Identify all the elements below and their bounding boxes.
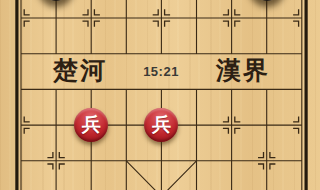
red-soldier-piece[interactable]: 兵 [144, 108, 178, 142]
board-grid-lines [0, 0, 320, 190]
red-soldier-piece[interactable]: 兵 [74, 108, 108, 142]
river-label-han-jie: 漢界 [216, 57, 270, 85]
xiangqi-board[interactable]: 楚河 15:21 漢界 兵兵 [0, 0, 320, 190]
piece-label: 兵 [82, 115, 101, 134]
piece-label: 兵 [152, 115, 171, 134]
river-label-chu-he: 楚河 [53, 57, 107, 85]
game-timer: 15:21 [143, 64, 179, 79]
